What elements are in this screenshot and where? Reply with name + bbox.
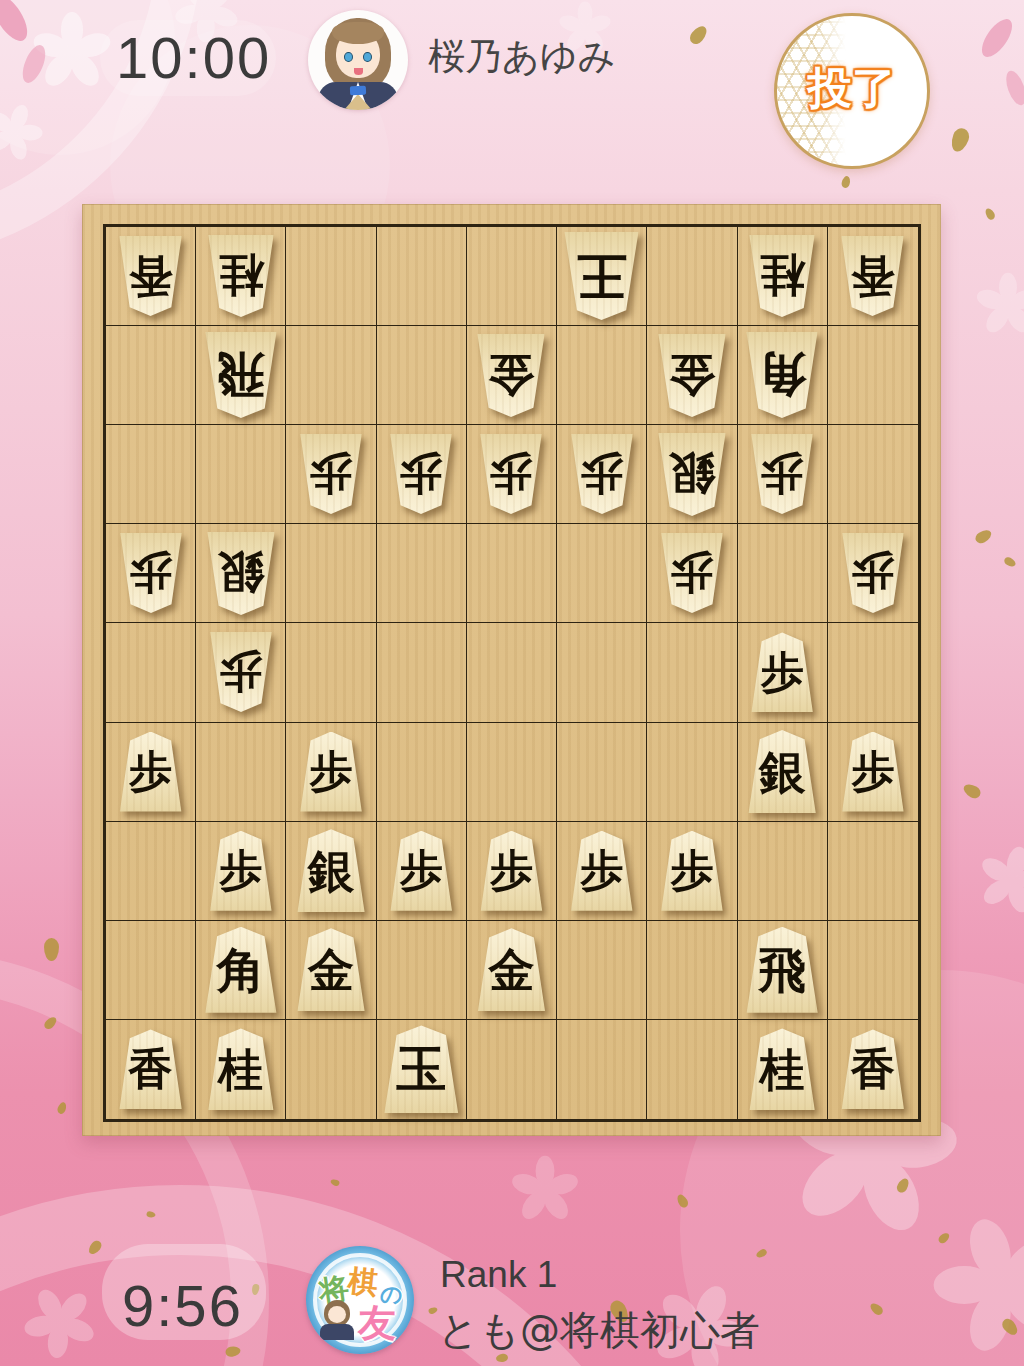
badge-girl-face: [328, 1306, 346, 1323]
board-cell[interactable]: [377, 524, 467, 623]
board-cell[interactable]: [738, 524, 828, 623]
board-cell[interactable]: [557, 623, 647, 722]
shogi-piece-gote-p[interactable]: 歩: [119, 533, 183, 613]
gold-fleck: [56, 1101, 68, 1115]
board-cell[interactable]: [377, 227, 467, 326]
gold-fleck: [44, 938, 59, 961]
board-cell[interactable]: [467, 524, 557, 623]
opponent-name: 桜乃あゆみ: [428, 32, 616, 82]
board-cell[interactable]: 香: [828, 1020, 918, 1119]
board-cell[interactable]: 歩: [377, 425, 467, 524]
opponent-avatar[interactable]: [308, 10, 408, 110]
board-cell[interactable]: [377, 921, 467, 1020]
board-cell[interactable]: 銀: [647, 425, 737, 524]
board-cell[interactable]: 金: [647, 326, 737, 425]
gold-fleck: [973, 527, 993, 545]
board-cell[interactable]: [196, 425, 286, 524]
shogi-app-screen: { "game": "shogi", "header": { "opponent…: [0, 0, 1024, 1366]
board-cell[interactable]: 歩: [738, 425, 828, 524]
shogi-piece-gote-p[interactable]: 歩: [209, 632, 273, 712]
avatar-eye: [344, 52, 353, 62]
gold-fleck: [1003, 556, 1017, 569]
board-cell[interactable]: [106, 822, 196, 921]
board-cell[interactable]: 歩: [647, 822, 737, 921]
board-cell[interactable]: [196, 723, 286, 822]
board-cell[interactable]: [467, 227, 557, 326]
board-cell[interactable]: 飛: [738, 921, 828, 1020]
shogi-piece-sente-r[interactable]: 飛: [745, 927, 819, 1013]
shogi-piece-sente-p[interactable]: 歩: [299, 732, 363, 812]
resign-button[interactable]: 投了: [774, 13, 930, 169]
shogi-piece-gote-r[interactable]: 飛: [204, 332, 278, 418]
shogi-piece-sente-s[interactable]: 銀: [296, 829, 366, 912]
board-cell[interactable]: [828, 822, 918, 921]
board-cell[interactable]: [106, 326, 196, 425]
board-cell[interactable]: [557, 723, 647, 822]
board-cell[interactable]: [557, 1020, 647, 1119]
board-cell[interactable]: [828, 425, 918, 524]
board-cell[interactable]: 歩: [467, 822, 557, 921]
board-cell[interactable]: 金: [467, 326, 557, 425]
gold-fleck: [895, 1177, 911, 1195]
gold-fleck: [86, 1239, 103, 1257]
board-cell[interactable]: 桂: [196, 1020, 286, 1119]
board-cell[interactable]: 銀: [196, 524, 286, 623]
board-cell[interactable]: 銀: [286, 822, 376, 921]
avatar-mouth: [354, 68, 363, 75]
board-cell[interactable]: [738, 822, 828, 921]
avatar-bangs: [332, 22, 384, 44]
shogi-piece-sente-b[interactable]: 角: [204, 927, 278, 1013]
gold-fleck: [146, 1211, 156, 1218]
shogi-piece-sente-p[interactable]: 歩: [209, 831, 273, 911]
board-cell[interactable]: 歩: [828, 524, 918, 623]
shogi-piece-gote-p[interactable]: 歩: [479, 434, 543, 514]
board-cell[interactable]: [557, 524, 647, 623]
board-cell[interactable]: [286, 326, 376, 425]
shogi-piece-sente-p[interactable]: 歩: [660, 831, 724, 911]
badge-girl-body: [320, 1324, 354, 1340]
board-cell[interactable]: [377, 723, 467, 822]
opponent-timer: 10:00: [116, 24, 271, 91]
avatar-eye: [363, 52, 372, 62]
avatar-ribbon: [350, 86, 366, 96]
board-cell[interactable]: [647, 723, 737, 822]
shogi-piece-gote-g[interactable]: 金: [476, 334, 546, 417]
board-cell[interactable]: [647, 623, 737, 722]
shogi-piece-gote-p[interactable]: 歩: [570, 434, 634, 514]
shogi-piece-gote-s[interactable]: 銀: [657, 433, 727, 516]
gold-fleck: [868, 1301, 885, 1317]
board-cell[interactable]: [377, 623, 467, 722]
board-cell[interactable]: [106, 623, 196, 722]
shogi-piece-sente-s[interactable]: 銀: [747, 730, 817, 813]
board-cell[interactable]: [106, 425, 196, 524]
shogi-piece-sente-n[interactable]: 桂: [748, 1028, 816, 1110]
board-cell[interactable]: [647, 921, 737, 1020]
board-cell[interactable]: 桂: [738, 1020, 828, 1119]
board-cell[interactable]: [106, 921, 196, 1020]
board-cell[interactable]: [647, 1020, 737, 1119]
board-cell[interactable]: 歩: [196, 822, 286, 921]
player-timer: 9:56: [122, 1272, 243, 1339]
player-rank: Rank 1: [440, 1254, 557, 1296]
shogi-piece-gote-p[interactable]: 歩: [389, 434, 453, 514]
gold-fleck: [984, 207, 997, 221]
gold-fleck: [841, 175, 852, 189]
shogi-piece-gote-n[interactable]: 桂: [748, 235, 816, 317]
board-cell[interactable]: [286, 623, 376, 722]
shogi-piece-sente-p[interactable]: 歩: [479, 831, 543, 911]
board-cell[interactable]: 歩: [377, 822, 467, 921]
board-cell[interactable]: 香: [106, 227, 196, 326]
shogi-piece-gote-s[interactable]: 銀: [206, 532, 276, 615]
board-cell[interactable]: 角: [196, 921, 286, 1020]
gold-fleck: [428, 1306, 439, 1315]
shogi-piece-sente-g[interactable]: 金: [476, 928, 546, 1011]
gold-fleck: [675, 1193, 690, 1210]
gold-fleck: [948, 126, 971, 154]
board-cell[interactable]: 歩: [828, 723, 918, 822]
board-cell[interactable]: 飛: [196, 326, 286, 425]
board-cell[interactable]: [377, 326, 467, 425]
shogi-piece-sente-p[interactable]: 歩: [841, 732, 905, 812]
shogi-piece-sente-l[interactable]: 香: [840, 1029, 905, 1109]
board-cell[interactable]: 歩: [557, 425, 647, 524]
shogi-piece-gote-l[interactable]: 香: [840, 236, 905, 316]
board-cell[interactable]: [828, 623, 918, 722]
shogi-piece-gote-p[interactable]: 歩: [750, 434, 814, 514]
shogi-piece-gote-p[interactable]: 歩: [299, 434, 363, 514]
shogi-piece-gote-l[interactable]: 香: [118, 236, 183, 316]
board-cell[interactable]: [467, 623, 557, 722]
shogi-piece-sente-k[interactable]: 玉: [383, 1025, 460, 1113]
shogi-piece-sente-p[interactable]: 歩: [119, 732, 183, 812]
badge-kanji: 友: [358, 1298, 396, 1349]
shogi-piece-gote-g[interactable]: 金: [657, 334, 727, 417]
board-cell[interactable]: [557, 326, 647, 425]
shogi-board: 香桂王桂香飛金金角歩歩歩歩銀歩歩銀歩歩歩歩歩歩銀歩歩銀歩歩歩歩角金金飛香桂玉桂香: [82, 204, 941, 1136]
shogi-piece-gote-p[interactable]: 歩: [660, 533, 724, 613]
shogi-piece-gote-k[interactable]: 王: [563, 232, 640, 320]
resign-label: 投了: [777, 59, 927, 118]
board-cell[interactable]: [467, 1020, 557, 1119]
board-cell[interactable]: 銀: [738, 723, 828, 822]
shogi-piece-sente-p[interactable]: 歩: [389, 831, 453, 911]
board-cell[interactable]: 歩: [106, 524, 196, 623]
board-cell[interactable]: [828, 921, 918, 1020]
board-cell[interactable]: 金: [467, 921, 557, 1020]
board-cell[interactable]: 香: [828, 227, 918, 326]
board-cell[interactable]: 歩: [286, 425, 376, 524]
gold-fleck: [42, 1015, 58, 1031]
shogi-piece-sente-l[interactable]: 香: [118, 1029, 183, 1109]
board-cell[interactable]: 歩: [467, 425, 557, 524]
board-cell[interactable]: 香: [106, 1020, 196, 1119]
board-cell[interactable]: 歩: [738, 623, 828, 722]
board-cell[interactable]: [467, 723, 557, 822]
board-cell[interactable]: 玉: [377, 1020, 467, 1119]
board-cell[interactable]: 金: [286, 921, 376, 1020]
gold-fleck: [687, 23, 710, 47]
board-cell[interactable]: 桂: [196, 227, 286, 326]
board-cell[interactable]: 角: [738, 326, 828, 425]
board-cell[interactable]: [286, 227, 376, 326]
shogi-piece-sente-g[interactable]: 金: [296, 928, 366, 1011]
board-cell[interactable]: [557, 921, 647, 1020]
board-cell[interactable]: 歩: [286, 723, 376, 822]
board-cell[interactable]: 歩: [196, 623, 286, 722]
shogi-piece-gote-b[interactable]: 角: [745, 332, 819, 418]
board-cell[interactable]: [286, 1020, 376, 1119]
shogi-piece-sente-p[interactable]: 歩: [570, 831, 634, 911]
shogi-piece-gote-p[interactable]: 歩: [841, 533, 905, 613]
gold-fleck: [330, 1178, 341, 1187]
board-cell[interactable]: [828, 326, 918, 425]
shogi-piece-sente-p[interactable]: 歩: [750, 632, 814, 712]
board-cell[interactable]: 桂: [738, 227, 828, 326]
gold-fleck: [755, 1248, 768, 1260]
gold-fleck: [1000, 1316, 1021, 1338]
player-name: とも@将棋初心者: [438, 1303, 760, 1358]
board-grid: 香桂王桂香飛金金角歩歩歩歩銀歩歩銀歩歩歩歩歩歩銀歩歩銀歩歩歩歩角金金飛香桂玉桂香: [103, 224, 921, 1122]
board-cell[interactable]: 歩: [647, 524, 737, 623]
board-cell[interactable]: 王: [557, 227, 647, 326]
gold-fleck: [961, 781, 983, 800]
player-avatar[interactable]: 将 棋 の 友: [306, 1246, 414, 1354]
board-cell[interactable]: [647, 227, 737, 326]
board-cell[interactable]: 歩: [106, 723, 196, 822]
shogi-piece-gote-n[interactable]: 桂: [207, 235, 275, 317]
gold-fleck: [937, 1231, 951, 1245]
board-cell[interactable]: 歩: [557, 822, 647, 921]
gold-fleck: [225, 1345, 242, 1357]
board-cell[interactable]: [286, 524, 376, 623]
shogi-piece-sente-n[interactable]: 桂: [207, 1028, 275, 1110]
